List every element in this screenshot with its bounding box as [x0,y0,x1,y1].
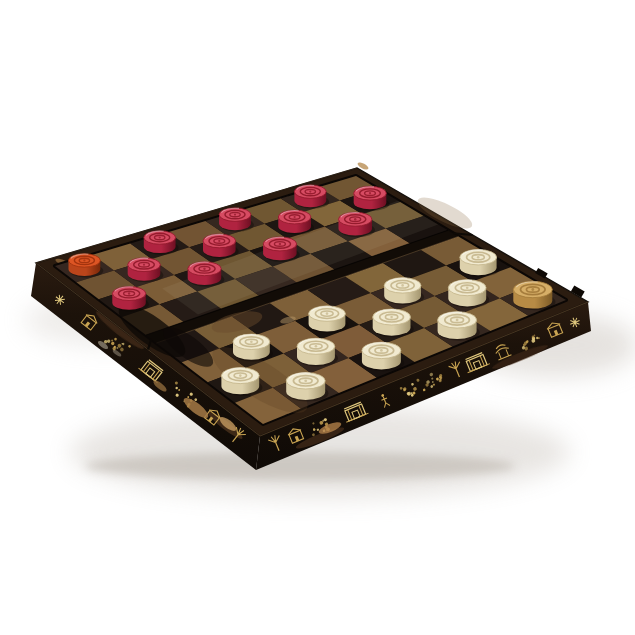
white-piece-r8c2[interactable] [286,373,328,402]
red-piece-r1c7[interactable] [294,185,329,209]
white-piece-r7c1[interactable] [221,368,262,396]
white-piece-r7c7[interactable] [448,280,489,308]
white-piece-r7c5[interactable] [373,309,414,337]
red-piece-r2c8[interactable] [354,186,390,211]
red-piece-r3c1[interactable] [112,287,149,312]
white-piece-r7c3[interactable] [297,338,338,366]
white-piece-r6c6[interactable] [384,278,424,305]
red-piece-r3c7[interactable] [339,212,376,237]
red-piece-r1c1[interactable] [69,254,104,278]
white-piece-r8c8[interactable] [513,281,555,310]
red-piece-r2c2[interactable] [128,258,164,282]
red-piece-r2c6[interactable] [278,210,314,235]
red-piece-r1c3[interactable] [144,231,179,255]
white-piece-r6c4[interactable] [309,306,349,333]
white-piece-r8c6[interactable] [438,312,480,341]
photo-canvas [0,0,635,635]
white-piece-r6c2[interactable] [233,334,273,361]
checkers-board-photo [0,0,635,635]
white-piece-r8c4[interactable] [362,342,404,371]
red-piece-r1c5[interactable] [219,208,254,232]
white-piece-r6c8[interactable] [460,250,500,277]
red-piece-r3c5[interactable] [263,237,300,262]
red-piece-r2c4[interactable] [203,234,239,259]
red-piece-r3c3[interactable] [188,262,225,287]
